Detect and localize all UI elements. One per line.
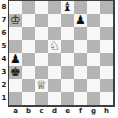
square-c6[interactable] bbox=[35, 27, 48, 40]
square-d1[interactable] bbox=[48, 92, 61, 105]
square-a8[interactable] bbox=[9, 1, 22, 14]
square-b8[interactable] bbox=[22, 1, 35, 14]
square-d5[interactable]: ♘ bbox=[48, 40, 61, 53]
square-d6[interactable] bbox=[48, 27, 61, 40]
square-b3[interactable] bbox=[22, 66, 35, 79]
black-pawn[interactable]: ♟ bbox=[75, 14, 86, 27]
square-b7[interactable] bbox=[22, 14, 35, 27]
square-a6[interactable] bbox=[9, 27, 22, 40]
square-h6[interactable] bbox=[100, 27, 113, 40]
file-label-d: d bbox=[48, 107, 61, 116]
chess-board: ♝♔♟♘♟♚♕ bbox=[8, 0, 115, 107]
file-label-h: h bbox=[100, 107, 113, 116]
square-b1[interactable] bbox=[22, 92, 35, 105]
file-label-b: b bbox=[22, 107, 35, 116]
square-e7[interactable] bbox=[61, 14, 74, 27]
square-d3[interactable] bbox=[48, 66, 61, 79]
rank-label-2: 2 bbox=[0, 79, 8, 92]
square-e8[interactable]: ♝ bbox=[61, 1, 74, 14]
square-a2[interactable] bbox=[9, 79, 22, 92]
square-h1[interactable] bbox=[100, 92, 113, 105]
square-g2[interactable] bbox=[87, 79, 100, 92]
rank-labels: 87654321 bbox=[0, 0, 8, 107]
square-c1[interactable] bbox=[35, 92, 48, 105]
square-e4[interactable] bbox=[61, 53, 74, 66]
square-a4[interactable]: ♟ bbox=[9, 53, 22, 66]
square-a5[interactable] bbox=[9, 40, 22, 53]
square-c7[interactable] bbox=[35, 14, 48, 27]
board-with-rank-labels: 87654321 ♝♔♟♘♟♚♕ bbox=[0, 0, 118, 107]
square-b5[interactable] bbox=[22, 40, 35, 53]
square-e5[interactable] bbox=[61, 40, 74, 53]
square-g1[interactable] bbox=[87, 92, 100, 105]
square-c5[interactable] bbox=[35, 40, 48, 53]
black-bishop[interactable]: ♝ bbox=[62, 1, 73, 14]
file-label-e: e bbox=[61, 107, 74, 116]
file-label-f: f bbox=[74, 107, 87, 116]
square-h3[interactable] bbox=[100, 66, 113, 79]
chess-diagram: 87654321 ♝♔♟♘♟♚♕ abcdefgh bbox=[0, 0, 118, 118]
rank-label-1: 1 bbox=[0, 92, 8, 105]
square-g8[interactable] bbox=[87, 1, 100, 14]
square-d8[interactable] bbox=[48, 1, 61, 14]
square-h2[interactable] bbox=[100, 79, 113, 92]
square-c4[interactable] bbox=[35, 53, 48, 66]
square-b4[interactable] bbox=[22, 53, 35, 66]
square-h8[interactable] bbox=[100, 1, 113, 14]
square-f8[interactable] bbox=[74, 1, 87, 14]
square-d2[interactable] bbox=[48, 79, 61, 92]
file-labels: abcdefgh bbox=[9, 107, 118, 116]
file-label-c: c bbox=[35, 107, 48, 116]
square-f2[interactable] bbox=[74, 79, 87, 92]
rank-label-5: 5 bbox=[0, 40, 8, 53]
square-d4[interactable] bbox=[48, 53, 61, 66]
rank-label-6: 6 bbox=[0, 27, 8, 40]
square-e3[interactable] bbox=[61, 66, 74, 79]
square-f7[interactable]: ♟ bbox=[74, 14, 87, 27]
file-label-g: g bbox=[87, 107, 100, 116]
square-e6[interactable] bbox=[61, 27, 74, 40]
rank-label-3: 3 bbox=[0, 66, 8, 79]
square-g3[interactable] bbox=[87, 66, 100, 79]
square-f5[interactable] bbox=[74, 40, 87, 53]
square-e2[interactable] bbox=[61, 79, 74, 92]
square-f6[interactable] bbox=[74, 27, 87, 40]
square-a3[interactable]: ♚ bbox=[9, 66, 22, 79]
white-queen[interactable]: ♕ bbox=[36, 79, 47, 92]
square-e1[interactable] bbox=[61, 92, 74, 105]
rank-label-7: 7 bbox=[0, 14, 8, 27]
square-b2[interactable] bbox=[22, 79, 35, 92]
square-a7[interactable]: ♔ bbox=[9, 14, 22, 27]
square-g7[interactable] bbox=[87, 14, 100, 27]
black-king[interactable]: ♚ bbox=[10, 66, 21, 79]
square-g5[interactable] bbox=[87, 40, 100, 53]
square-c2[interactable]: ♕ bbox=[35, 79, 48, 92]
black-pawn[interactable]: ♟ bbox=[10, 53, 21, 66]
square-f3[interactable] bbox=[74, 66, 87, 79]
square-c3[interactable] bbox=[35, 66, 48, 79]
white-king[interactable]: ♔ bbox=[10, 14, 21, 27]
white-knight[interactable]: ♘ bbox=[49, 40, 60, 53]
square-g6[interactable] bbox=[87, 27, 100, 40]
square-h5[interactable] bbox=[100, 40, 113, 53]
square-h4[interactable] bbox=[100, 53, 113, 66]
square-a1[interactable] bbox=[9, 92, 22, 105]
square-b6[interactable] bbox=[22, 27, 35, 40]
square-g4[interactable] bbox=[87, 53, 100, 66]
rank-label-4: 4 bbox=[0, 53, 8, 66]
square-f1[interactable] bbox=[74, 92, 87, 105]
square-d7[interactable] bbox=[48, 14, 61, 27]
square-f4[interactable] bbox=[74, 53, 87, 66]
square-h7[interactable] bbox=[100, 14, 113, 27]
file-label-a: a bbox=[9, 107, 22, 116]
square-c8[interactable] bbox=[35, 1, 48, 14]
rank-label-8: 8 bbox=[0, 1, 8, 14]
